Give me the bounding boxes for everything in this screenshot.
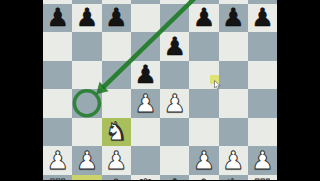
- square-e1[interactable]: ♚: [160, 175, 189, 181]
- square-f2[interactable]: ♟: [189, 146, 218, 175]
- square-e5[interactable]: [160, 61, 189, 90]
- square-c4[interactable]: [102, 89, 131, 118]
- square-c1[interactable]: ♝: [102, 175, 131, 181]
- square-d2[interactable]: [131, 146, 160, 175]
- piece-white-knight[interactable]: ♞: [222, 176, 244, 180]
- piece-black-bishop[interactable]: ♝: [105, 0, 127, 2]
- piece-black-pawn[interactable]: ♟: [76, 5, 98, 30]
- square-c7[interactable]: ♟: [102, 4, 131, 33]
- video-frame: ♜♞♝♛♚♝♞♜♟♟♟♟♟♟♟♟♟♟♞♟♟♟♟♟♟♜♝♛♚♝♞♜: [0, 0, 320, 180]
- square-f1[interactable]: ♝: [189, 175, 218, 181]
- square-e2[interactable]: [160, 146, 189, 175]
- piece-white-pawn[interactable]: ♟: [76, 148, 98, 173]
- square-d7[interactable]: [131, 4, 160, 33]
- square-f3[interactable]: [189, 118, 218, 147]
- piece-white-pawn[interactable]: ♟: [46, 148, 68, 173]
- chess-board: ♜♞♝♛♚♝♞♜♟♟♟♟♟♟♟♟♟♟♞♟♟♟♟♟♟♜♝♛♚♝♞♜: [43, 0, 277, 180]
- piece-black-king[interactable]: ♚: [163, 0, 185, 2]
- square-b3[interactable]: [72, 118, 101, 147]
- square-e7[interactable]: [160, 4, 189, 33]
- square-h3[interactable]: [248, 118, 277, 147]
- piece-black-pawn[interactable]: ♟: [222, 5, 244, 30]
- square-f4[interactable]: [189, 89, 218, 118]
- piece-white-pawn[interactable]: ♟: [163, 91, 185, 116]
- square-a3[interactable]: [43, 118, 72, 147]
- square-d4[interactable]: ♟: [131, 89, 160, 118]
- square-e6[interactable]: ♟: [160, 32, 189, 61]
- square-b2[interactable]: ♟: [72, 146, 101, 175]
- piece-black-bishop[interactable]: ♝: [193, 0, 215, 2]
- piece-white-bishop[interactable]: ♝: [105, 176, 127, 180]
- square-g3[interactable]: [219, 118, 248, 147]
- piece-white-rook[interactable]: ♜: [251, 176, 273, 180]
- square-c3[interactable]: ♞: [102, 118, 131, 147]
- square-b1[interactable]: [72, 175, 101, 181]
- piece-black-rook[interactable]: ♜: [251, 0, 273, 2]
- piece-white-knight[interactable]: ♞: [105, 119, 127, 144]
- piece-black-rook[interactable]: ♜: [46, 0, 68, 2]
- square-g1[interactable]: ♞: [219, 175, 248, 181]
- square-a2[interactable]: ♟: [43, 146, 72, 175]
- piece-black-pawn[interactable]: ♟: [193, 5, 215, 30]
- square-b5[interactable]: [72, 61, 101, 90]
- square-a4[interactable]: [43, 89, 72, 118]
- square-b6[interactable]: [72, 32, 101, 61]
- piece-white-pawn[interactable]: ♟: [193, 148, 215, 173]
- square-b4[interactable]: [72, 89, 101, 118]
- square-h1[interactable]: ♜: [248, 175, 277, 181]
- piece-black-knight[interactable]: ♞: [76, 0, 98, 2]
- piece-black-pawn[interactable]: ♟: [105, 5, 127, 30]
- square-d3[interactable]: [131, 118, 160, 147]
- piece-black-queen[interactable]: ♛: [134, 0, 156, 2]
- piece-white-king[interactable]: ♚: [163, 176, 185, 180]
- square-d1[interactable]: ♛: [131, 175, 160, 181]
- square-g6[interactable]: [219, 32, 248, 61]
- piece-white-bishop[interactable]: ♝: [193, 176, 215, 180]
- square-c2[interactable]: ♟: [102, 146, 131, 175]
- square-a7[interactable]: ♟: [43, 4, 72, 33]
- piece-black-knight[interactable]: ♞: [222, 0, 244, 2]
- piece-black-pawn[interactable]: ♟: [251, 5, 273, 30]
- square-g4[interactable]: [219, 89, 248, 118]
- piece-white-queen[interactable]: ♛: [134, 176, 156, 180]
- square-h5[interactable]: [248, 61, 277, 90]
- square-a5[interactable]: [43, 61, 72, 90]
- square-h4[interactable]: [248, 89, 277, 118]
- piece-black-pawn[interactable]: ♟: [46, 5, 68, 30]
- piece-white-pawn[interactable]: ♟: [251, 148, 273, 173]
- square-h7[interactable]: ♟: [248, 4, 277, 33]
- piece-white-pawn[interactable]: ♟: [105, 148, 127, 173]
- square-b7[interactable]: ♟: [72, 4, 101, 33]
- piece-white-pawn[interactable]: ♟: [222, 148, 244, 173]
- piece-white-rook[interactable]: ♜: [46, 176, 68, 180]
- square-h2[interactable]: ♟: [248, 146, 277, 175]
- square-e4[interactable]: ♟: [160, 89, 189, 118]
- square-f6[interactable]: [189, 32, 218, 61]
- square-g2[interactable]: ♟: [219, 146, 248, 175]
- square-g7[interactable]: ♟: [219, 4, 248, 33]
- square-a6[interactable]: [43, 32, 72, 61]
- square-f7[interactable]: ♟: [189, 4, 218, 33]
- square-h6[interactable]: [248, 32, 277, 61]
- piece-black-pawn[interactable]: ♟: [134, 62, 156, 87]
- square-a1[interactable]: ♜: [43, 175, 72, 181]
- square-d6[interactable]: [131, 32, 160, 61]
- square-e3[interactable]: [160, 118, 189, 147]
- square-d5[interactable]: ♟: [131, 61, 160, 90]
- square-c6[interactable]: [102, 32, 131, 61]
- piece-white-pawn[interactable]: ♟: [134, 91, 156, 116]
- mouse-cursor-icon: [214, 80, 221, 90]
- square-c5[interactable]: [102, 61, 131, 90]
- square-g5[interactable]: [219, 61, 248, 90]
- piece-black-pawn[interactable]: ♟: [163, 34, 185, 59]
